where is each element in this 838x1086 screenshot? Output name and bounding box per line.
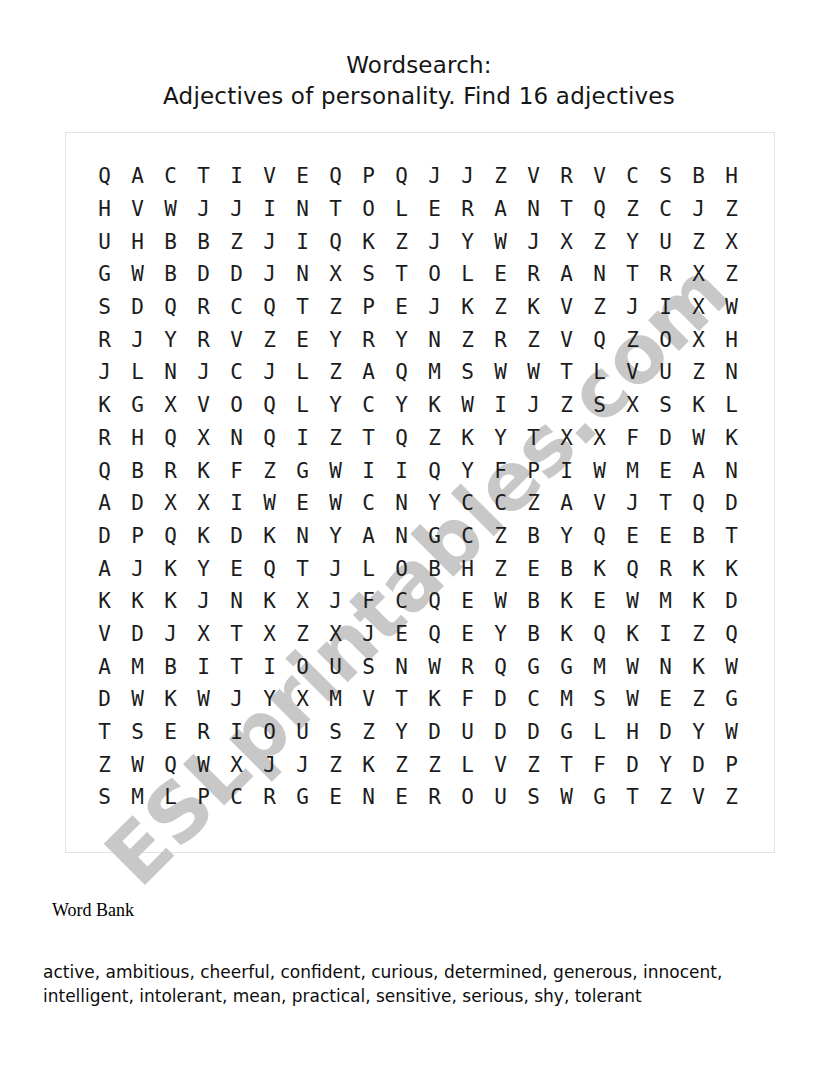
grid-cell[interactable]: K	[616, 618, 649, 651]
grid-cell[interactable]: T	[517, 422, 550, 455]
grid-cell[interactable]: T	[385, 683, 418, 716]
grid-cell[interactable]: B	[154, 258, 187, 291]
grid-cell[interactable]: J	[616, 487, 649, 520]
grid-cell[interactable]: M	[583, 650, 616, 683]
grid-cell[interactable]: P	[187, 781, 220, 814]
grid-cell[interactable]: T	[550, 193, 583, 226]
grid-cell[interactable]: I	[352, 454, 385, 487]
grid-cell[interactable]: N	[220, 585, 253, 618]
grid-cell[interactable]: X	[187, 618, 220, 651]
grid-cell[interactable]: K	[418, 683, 451, 716]
grid-cell[interactable]: M	[418, 356, 451, 389]
grid-cell[interactable]: J	[187, 193, 220, 226]
grid-cell[interactable]: P	[352, 160, 385, 193]
grid-cell[interactable]: S	[517, 781, 550, 814]
grid-cell[interactable]: E	[451, 618, 484, 651]
grid-cell[interactable]: G	[550, 650, 583, 683]
grid-cell[interactable]: N	[385, 650, 418, 683]
grid-cell[interactable]: W	[682, 422, 715, 455]
grid-cell[interactable]: R	[418, 781, 451, 814]
grid-cell[interactable]: O	[418, 258, 451, 291]
grid-cell[interactable]: V	[583, 487, 616, 520]
grid-cell[interactable]: Q	[88, 454, 121, 487]
grid-cell[interactable]: M	[121, 781, 154, 814]
grid-cell[interactable]: E	[418, 193, 451, 226]
grid-cell[interactable]: I	[187, 650, 220, 683]
grid-cell[interactable]: T	[187, 160, 220, 193]
grid-cell[interactable]: N	[715, 454, 748, 487]
grid-cell[interactable]: N	[286, 520, 319, 553]
grid-cell[interactable]: W	[121, 748, 154, 781]
grid-cell[interactable]: E	[286, 160, 319, 193]
grid-cell[interactable]: J	[517, 225, 550, 258]
grid-cell[interactable]: A	[352, 356, 385, 389]
grid-cell[interactable]: J	[121, 323, 154, 356]
grid-cell[interactable]: E	[649, 454, 682, 487]
grid-cell[interactable]: K	[715, 552, 748, 585]
grid-cell[interactable]: Z	[682, 683, 715, 716]
grid-cell[interactable]: J	[451, 160, 484, 193]
grid-cell[interactable]: C	[484, 487, 517, 520]
grid-cell[interactable]: J	[121, 552, 154, 585]
grid-cell[interactable]: W	[319, 454, 352, 487]
grid-cell[interactable]: R	[253, 781, 286, 814]
grid-cell[interactable]: Z	[451, 323, 484, 356]
grid-cell[interactable]: C	[220, 356, 253, 389]
grid-cell[interactable]: A	[484, 193, 517, 226]
grid-cell[interactable]: A	[682, 454, 715, 487]
grid-cell[interactable]: U	[286, 716, 319, 749]
grid-cell[interactable]: G	[550, 716, 583, 749]
grid-cell[interactable]: J	[352, 618, 385, 651]
grid-cell[interactable]: Z	[616, 193, 649, 226]
grid-cell[interactable]: W	[484, 585, 517, 618]
grid-cell[interactable]: W	[616, 650, 649, 683]
grid-cell[interactable]: O	[253, 716, 286, 749]
grid-cell[interactable]: V	[517, 160, 550, 193]
grid-cell[interactable]: S	[88, 291, 121, 324]
grid-cell[interactable]: D	[121, 487, 154, 520]
grid-cell[interactable]: E	[649, 683, 682, 716]
grid-cell[interactable]: E	[517, 552, 550, 585]
grid-cell[interactable]: X	[616, 389, 649, 422]
grid-cell[interactable]: G	[286, 781, 319, 814]
grid-cell[interactable]: Z	[88, 748, 121, 781]
grid-cell[interactable]: U	[319, 650, 352, 683]
grid-cell[interactable]: T	[352, 422, 385, 455]
grid-cell[interactable]: L	[352, 552, 385, 585]
grid-cell[interactable]: S	[352, 258, 385, 291]
grid-cell[interactable]: C	[616, 160, 649, 193]
grid-cell[interactable]: V	[220, 323, 253, 356]
grid-cell[interactable]: J	[286, 748, 319, 781]
grid-cell[interactable]: I	[385, 454, 418, 487]
grid-cell[interactable]: D	[682, 748, 715, 781]
grid-cell[interactable]: P	[517, 454, 550, 487]
grid-cell[interactable]: N	[286, 258, 319, 291]
grid-cell[interactable]: N	[418, 323, 451, 356]
grid-cell[interactable]: I	[484, 389, 517, 422]
grid-cell[interactable]: N	[286, 193, 319, 226]
grid-cell[interactable]: D	[649, 422, 682, 455]
grid-cell[interactable]: G	[418, 520, 451, 553]
grid-cell[interactable]: E	[286, 323, 319, 356]
grid-cell[interactable]: L	[583, 356, 616, 389]
grid-cell[interactable]: X	[187, 487, 220, 520]
grid-cell[interactable]: L	[121, 356, 154, 389]
grid-cell[interactable]: Z	[385, 225, 418, 258]
grid-cell[interactable]: T	[319, 193, 352, 226]
grid-cell[interactable]: L	[286, 389, 319, 422]
grid-cell[interactable]: Z	[484, 520, 517, 553]
grid-cell[interactable]: V	[550, 323, 583, 356]
grid-cell[interactable]: K	[352, 225, 385, 258]
grid-cell[interactable]: R	[451, 193, 484, 226]
grid-cell[interactable]: F	[616, 422, 649, 455]
grid-cell[interactable]: T	[616, 258, 649, 291]
grid-cell[interactable]: O	[385, 552, 418, 585]
grid-cell[interactable]: T	[550, 356, 583, 389]
grid-cell[interactable]: Y	[616, 225, 649, 258]
grid-cell[interactable]: Q	[616, 552, 649, 585]
grid-cell[interactable]: U	[649, 356, 682, 389]
grid-cell[interactable]: W	[187, 683, 220, 716]
grid-cell[interactable]: C	[352, 487, 385, 520]
grid-cell[interactable]: Q	[484, 650, 517, 683]
grid-cell[interactable]: S	[649, 389, 682, 422]
grid-cell[interactable]: T	[286, 552, 319, 585]
grid-cell[interactable]: W	[187, 748, 220, 781]
grid-cell[interactable]: K	[583, 552, 616, 585]
grid-cell[interactable]: Z	[550, 389, 583, 422]
grid-cell[interactable]: B	[517, 520, 550, 553]
grid-cell[interactable]: Q	[583, 520, 616, 553]
grid-cell[interactable]: E	[385, 781, 418, 814]
grid-cell[interactable]: C	[517, 683, 550, 716]
grid-cell[interactable]: K	[253, 585, 286, 618]
grid-cell[interactable]: Z	[682, 356, 715, 389]
grid-cell[interactable]: Z	[715, 781, 748, 814]
grid-cell[interactable]: X	[187, 422, 220, 455]
grid-cell[interactable]: J	[187, 356, 220, 389]
grid-cell[interactable]: S	[319, 716, 352, 749]
grid-cell[interactable]: R	[649, 552, 682, 585]
grid-cell[interactable]: K	[187, 454, 220, 487]
grid-cell[interactable]: J	[220, 193, 253, 226]
grid-cell[interactable]: I	[253, 650, 286, 683]
grid-cell[interactable]: E	[616, 520, 649, 553]
grid-cell[interactable]: Z	[319, 748, 352, 781]
grid-cell[interactable]: Y	[154, 323, 187, 356]
grid-cell[interactable]: K	[187, 520, 220, 553]
grid-cell[interactable]: D	[616, 748, 649, 781]
grid-cell[interactable]: D	[121, 291, 154, 324]
grid-cell[interactable]: O	[451, 781, 484, 814]
grid-cell[interactable]: Y	[253, 683, 286, 716]
grid-cell[interactable]: M	[121, 650, 154, 683]
grid-cell[interactable]: D	[484, 716, 517, 749]
grid-cell[interactable]: W	[715, 291, 748, 324]
grid-cell[interactable]: T	[220, 650, 253, 683]
grid-cell[interactable]: G	[583, 781, 616, 814]
grid-cell[interactable]: A	[88, 552, 121, 585]
grid-cell[interactable]: R	[187, 291, 220, 324]
grid-cell[interactable]: V	[88, 618, 121, 651]
grid-cell[interactable]: B	[418, 552, 451, 585]
grid-cell[interactable]: G	[715, 683, 748, 716]
grid-cell[interactable]: L	[715, 389, 748, 422]
grid-cell[interactable]: E	[319, 781, 352, 814]
grid-cell[interactable]: J	[418, 291, 451, 324]
grid-cell[interactable]: K	[550, 618, 583, 651]
grid-cell[interactable]: H	[121, 225, 154, 258]
grid-cell[interactable]: T	[550, 748, 583, 781]
grid-cell[interactable]: O	[352, 193, 385, 226]
grid-cell[interactable]: H	[715, 160, 748, 193]
grid-cell[interactable]: Z	[616, 323, 649, 356]
grid-cell[interactable]: X	[286, 683, 319, 716]
grid-cell[interactable]: J	[253, 356, 286, 389]
grid-cell[interactable]: K	[154, 552, 187, 585]
grid-cell[interactable]: R	[451, 650, 484, 683]
grid-cell[interactable]: X	[319, 258, 352, 291]
grid-cell[interactable]: Z	[286, 618, 319, 651]
grid-cell[interactable]: Z	[682, 225, 715, 258]
grid-cell[interactable]: K	[88, 585, 121, 618]
grid-cell[interactable]: Q	[88, 160, 121, 193]
grid-cell[interactable]: X	[583, 422, 616, 455]
grid-cell[interactable]: X	[286, 585, 319, 618]
grid-cell[interactable]: H	[88, 193, 121, 226]
grid-cell[interactable]: I	[649, 618, 682, 651]
grid-cell[interactable]: N	[385, 487, 418, 520]
grid-cell[interactable]: Q	[583, 193, 616, 226]
grid-cell[interactable]: E	[583, 585, 616, 618]
grid-cell[interactable]: Z	[418, 422, 451, 455]
grid-cell[interactable]: J	[187, 585, 220, 618]
grid-cell[interactable]: W	[616, 683, 649, 716]
grid-cell[interactable]: S	[649, 160, 682, 193]
grid-cell[interactable]: Y	[385, 716, 418, 749]
grid-cell[interactable]: V	[550, 291, 583, 324]
grid-cell[interactable]: K	[682, 585, 715, 618]
grid-cell[interactable]: C	[220, 291, 253, 324]
grid-cell[interactable]: G	[88, 258, 121, 291]
grid-cell[interactable]: C	[352, 389, 385, 422]
grid-cell[interactable]: K	[517, 291, 550, 324]
grid-cell[interactable]: L	[286, 356, 319, 389]
grid-cell[interactable]: L	[154, 781, 187, 814]
grid-cell[interactable]: T	[385, 258, 418, 291]
grid-cell[interactable]: C	[220, 781, 253, 814]
grid-cell[interactable]: W	[550, 781, 583, 814]
grid-cell[interactable]: V	[352, 683, 385, 716]
grid-cell[interactable]: H	[616, 716, 649, 749]
grid-cell[interactable]: F	[352, 585, 385, 618]
grid-cell[interactable]: V	[682, 781, 715, 814]
grid-cell[interactable]: K	[682, 650, 715, 683]
grid-cell[interactable]: Y	[187, 552, 220, 585]
grid-cell[interactable]: R	[88, 422, 121, 455]
grid-cell[interactable]: Q	[319, 160, 352, 193]
grid-cell[interactable]: W	[121, 683, 154, 716]
grid-cell[interactable]: Z	[583, 291, 616, 324]
grid-cell[interactable]: Y	[649, 748, 682, 781]
grid-cell[interactable]: K	[550, 585, 583, 618]
grid-cell[interactable]: K	[682, 389, 715, 422]
grid-cell[interactable]: Z	[319, 422, 352, 455]
grid-cell[interactable]: W	[121, 258, 154, 291]
grid-cell[interactable]: Q	[583, 618, 616, 651]
grid-cell[interactable]: M	[319, 683, 352, 716]
grid-cell[interactable]: B	[682, 160, 715, 193]
grid-cell[interactable]: S	[451, 356, 484, 389]
grid-cell[interactable]: K	[121, 585, 154, 618]
grid-cell[interactable]: Z	[715, 258, 748, 291]
grid-cell[interactable]: Y	[418, 487, 451, 520]
grid-cell[interactable]: J	[418, 160, 451, 193]
grid-cell[interactable]: X	[319, 618, 352, 651]
grid-cell[interactable]: V	[253, 160, 286, 193]
grid-cell[interactable]: J	[682, 193, 715, 226]
grid-cell[interactable]: Q	[385, 356, 418, 389]
grid-cell[interactable]: J	[253, 258, 286, 291]
grid-cell[interactable]: N	[583, 258, 616, 291]
grid-cell[interactable]: Q	[583, 323, 616, 356]
grid-cell[interactable]: N	[385, 520, 418, 553]
grid-cell[interactable]: Q	[385, 422, 418, 455]
grid-cell[interactable]: G	[286, 454, 319, 487]
grid-cell[interactable]: Y	[484, 618, 517, 651]
grid-cell[interactable]: M	[616, 454, 649, 487]
grid-cell[interactable]: Y	[550, 520, 583, 553]
grid-cell[interactable]: J	[616, 291, 649, 324]
grid-cell[interactable]: A	[88, 650, 121, 683]
grid-cell[interactable]: E	[286, 487, 319, 520]
grid-cell[interactable]: W	[616, 585, 649, 618]
grid-cell[interactable]: K	[451, 291, 484, 324]
grid-cell[interactable]: K	[352, 748, 385, 781]
grid-cell[interactable]: B	[517, 585, 550, 618]
grid-cell[interactable]: F	[484, 454, 517, 487]
grid-cell[interactable]: X	[682, 323, 715, 356]
grid-cell[interactable]: O	[220, 389, 253, 422]
grid-cell[interactable]: J	[319, 585, 352, 618]
grid-cell[interactable]: C	[451, 487, 484, 520]
grid-cell[interactable]: X	[550, 225, 583, 258]
grid-cell[interactable]: E	[385, 618, 418, 651]
grid-cell[interactable]: J	[253, 748, 286, 781]
grid-cell[interactable]: X	[715, 225, 748, 258]
grid-cell[interactable]: E	[154, 716, 187, 749]
grid-cell[interactable]: S	[88, 781, 121, 814]
grid-cell[interactable]: X	[154, 389, 187, 422]
grid-cell[interactable]: B	[550, 552, 583, 585]
grid-cell[interactable]: M	[649, 585, 682, 618]
grid-cell[interactable]: D	[220, 520, 253, 553]
grid-cell[interactable]: T	[286, 291, 319, 324]
grid-cell[interactable]: Q	[682, 487, 715, 520]
grid-cell[interactable]: X	[253, 618, 286, 651]
grid-cell[interactable]: K	[154, 683, 187, 716]
grid-cell[interactable]: Z	[484, 552, 517, 585]
grid-cell[interactable]: K	[253, 520, 286, 553]
grid-cell[interactable]: I	[253, 193, 286, 226]
grid-cell[interactable]: B	[517, 618, 550, 651]
grid-cell[interactable]: K	[88, 389, 121, 422]
grid-cell[interactable]: Y	[319, 323, 352, 356]
grid-cell[interactable]: Z	[352, 716, 385, 749]
grid-cell[interactable]: L	[451, 258, 484, 291]
grid-cell[interactable]: H	[715, 323, 748, 356]
grid-cell[interactable]: D	[484, 683, 517, 716]
grid-cell[interactable]: N	[517, 193, 550, 226]
grid-cell[interactable]: R	[517, 258, 550, 291]
grid-cell[interactable]: Y	[451, 454, 484, 487]
grid-cell[interactable]: B	[682, 520, 715, 553]
grid-cell[interactable]: T	[220, 618, 253, 651]
grid-cell[interactable]: V	[616, 356, 649, 389]
grid-cell[interactable]: C	[385, 585, 418, 618]
grid-cell[interactable]: T	[88, 716, 121, 749]
grid-cell[interactable]: C	[649, 193, 682, 226]
grid-cell[interactable]: E	[484, 258, 517, 291]
grid-cell[interactable]: Z	[517, 748, 550, 781]
grid-cell[interactable]: S	[583, 389, 616, 422]
grid-cell[interactable]: Z	[385, 748, 418, 781]
grid-cell[interactable]: Q	[154, 520, 187, 553]
grid-cell[interactable]: R	[352, 323, 385, 356]
grid-cell[interactable]: F	[220, 454, 253, 487]
grid-cell[interactable]: S	[583, 683, 616, 716]
grid-cell[interactable]: S	[352, 650, 385, 683]
grid-cell[interactable]: R	[550, 160, 583, 193]
grid-cell[interactable]: Z	[418, 748, 451, 781]
grid-cell[interactable]: C	[154, 160, 187, 193]
grid-cell[interactable]: P	[121, 520, 154, 553]
grid-cell[interactable]: D	[88, 683, 121, 716]
grid-cell[interactable]: W	[484, 225, 517, 258]
grid-cell[interactable]: R	[484, 323, 517, 356]
grid-cell[interactable]: G	[517, 650, 550, 683]
grid-cell[interactable]: Y	[385, 389, 418, 422]
grid-cell[interactable]: Q	[418, 454, 451, 487]
grid-cell[interactable]: K	[154, 585, 187, 618]
grid-cell[interactable]: O	[649, 323, 682, 356]
grid-cell[interactable]: R	[88, 323, 121, 356]
grid-cell[interactable]: Y	[319, 389, 352, 422]
grid-cell[interactable]: K	[451, 422, 484, 455]
grid-cell[interactable]: I	[220, 487, 253, 520]
grid-cell[interactable]: Q	[154, 422, 187, 455]
grid-cell[interactable]: Q	[319, 225, 352, 258]
grid-cell[interactable]: R	[154, 454, 187, 487]
grid-cell[interactable]: D	[715, 487, 748, 520]
grid-cell[interactable]: Z	[319, 356, 352, 389]
grid-cell[interactable]: W	[418, 650, 451, 683]
grid-cell[interactable]: U	[451, 716, 484, 749]
grid-cell[interactable]: Z	[253, 454, 286, 487]
grid-cell[interactable]: N	[220, 422, 253, 455]
grid-cell[interactable]: Q	[418, 618, 451, 651]
grid-cell[interactable]: I	[550, 454, 583, 487]
grid-cell[interactable]: J	[253, 225, 286, 258]
grid-cell[interactable]: X	[682, 258, 715, 291]
grid-cell[interactable]: W	[583, 454, 616, 487]
grid-cell[interactable]: Z	[484, 291, 517, 324]
grid-cell[interactable]: Q	[253, 422, 286, 455]
grid-cell[interactable]: E	[220, 552, 253, 585]
